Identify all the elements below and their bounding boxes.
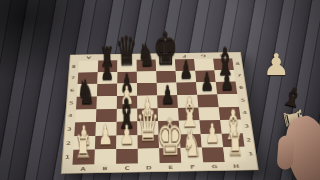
- square-c1[interactable]: [116, 149, 138, 164]
- black-pawn[interactable]: ♟: [160, 82, 174, 107]
- square-b5[interactable]: [96, 96, 117, 109]
- rank-label-left-2: 2: [63, 136, 75, 150]
- square-f1[interactable]: ♞: [181, 148, 204, 163]
- black-king[interactable]: ♚: [153, 25, 179, 70]
- chess-board: ABCDEFGH8♜♛♞♚87♟♟♝76♟♟♟65♞♟♟54♟43♝♝32♟♟♟…: [61, 52, 259, 174]
- file-label-bottom-b: B: [94, 164, 116, 173]
- white-rook[interactable]: ♜: [227, 130, 245, 161]
- square-a8[interactable]: [78, 60, 98, 72]
- square-g2[interactable]: ♟: [201, 134, 224, 148]
- black-knight[interactable]: ♞: [76, 75, 95, 109]
- square-a1[interactable]: ♜: [72, 150, 94, 165]
- file-label-bottom-g: G: [203, 162, 226, 171]
- white-rook[interactable]: ♜: [74, 132, 92, 163]
- file-label-bottom-c: C: [116, 163, 138, 172]
- file-label-bottom-d: D: [138, 163, 160, 172]
- white-knight[interactable]: ♞: [182, 126, 202, 162]
- white-king[interactable]: ♚: [156, 112, 185, 163]
- square-h1[interactable]: ♜: [223, 147, 246, 162]
- square-f7[interactable]: ♟: [176, 70, 196, 82]
- square-d7[interactable]: [137, 71, 157, 83]
- square-a5[interactable]: ♞: [76, 96, 97, 109]
- white-pawn[interactable]: ♟: [205, 121, 220, 147]
- file-label-bottom-a: A: [72, 164, 94, 173]
- square-c2[interactable]: ♟: [116, 135, 137, 149]
- captured-white-piece-standing: ♟: [263, 50, 290, 80]
- square-b7[interactable]: ♟: [97, 72, 117, 84]
- square-g1[interactable]: [202, 147, 225, 162]
- square-h6[interactable]: ♟: [216, 82, 237, 95]
- rank-label-right-6: 6: [235, 82, 247, 94]
- file-label-bottom-e: E: [160, 163, 182, 172]
- square-b6[interactable]: [97, 84, 117, 97]
- black-pawn[interactable]: ♟: [220, 69, 234, 94]
- black-pawn[interactable]: ♟: [179, 58, 193, 82]
- file-label-bottom-h: H: [225, 162, 248, 171]
- file-label-bottom-f: F: [181, 162, 204, 171]
- black-pawn[interactable]: ♟: [200, 69, 214, 94]
- square-b1[interactable]: [94, 149, 116, 164]
- frame-corner: [247, 161, 259, 170]
- white-pawn[interactable]: ♟: [98, 122, 113, 149]
- square-b2[interactable]: ♟: [95, 135, 117, 149]
- board-scene: ABCDEFGH8♜♛♞♚87♟♟♝76♟♟♟65♞♟♟54♟43♝♝32♟♟♟…: [61, 52, 259, 174]
- finger: [277, 135, 295, 170]
- square-e1[interactable]: ♚: [159, 148, 181, 163]
- photo-frame: ABCDEFGH8♜♛♞♚87♟♟♝76♟♟♟65♞♟♟54♟43♝♝32♟♟♟…: [0, 0, 320, 180]
- white-pawn[interactable]: ♟: [119, 122, 134, 149]
- rank-label-right-1: 1: [245, 147, 258, 162]
- square-e8[interactable]: ♚: [156, 59, 176, 71]
- black-pawn[interactable]: ♟: [100, 59, 114, 83]
- frame-corner: [61, 165, 73, 174]
- black-queen[interactable]: ♛: [115, 31, 138, 71]
- square-e5[interactable]: ♟: [157, 95, 178, 108]
